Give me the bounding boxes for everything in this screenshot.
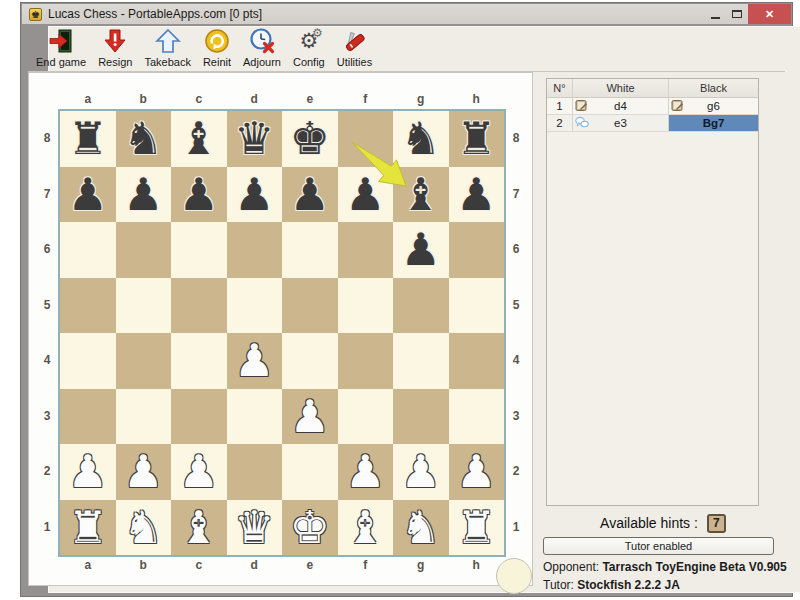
square-b2[interactable]: ♟ — [116, 444, 172, 500]
square-h1[interactable]: ♜ — [449, 500, 505, 556]
piece-black-pawn[interactable]: ♟ — [227, 167, 283, 223]
piece-white-pawn[interactable]: ♟ — [282, 389, 338, 445]
rank-label-6: 6 — [507, 222, 525, 278]
square-g1[interactable]: ♞ — [393, 500, 449, 556]
opponent-status: Opponent: Tarrasch ToyEngine Beta V0.905 — [543, 560, 787, 574]
square-c1[interactable]: ♝ — [171, 500, 227, 556]
utilities-icon — [341, 28, 367, 54]
square-a5[interactable] — [60, 278, 116, 334]
config-button[interactable]: ⚙⚙ Config — [287, 27, 331, 69]
toolbar: End game Resign Takeback — [30, 27, 378, 71]
square-h3[interactable] — [449, 389, 505, 445]
piece-black-king[interactable]: ♚ — [282, 111, 338, 167]
piece-black-queen[interactable]: ♛ — [227, 111, 283, 167]
square-b5[interactable] — [116, 278, 172, 334]
piece-white-bishop[interactable]: ♝ — [171, 500, 227, 556]
square-h4[interactable] — [449, 333, 505, 389]
piece-white-rook[interactable]: ♜ — [449, 500, 505, 556]
file-label-c: c — [171, 558, 227, 574]
square-e4[interactable] — [282, 333, 338, 389]
square-f3[interactable] — [338, 389, 394, 445]
piece-white-knight[interactable]: ♞ — [393, 500, 449, 556]
square-a8[interactable]: ♜ — [60, 111, 116, 167]
rank-label-7: 7 — [38, 167, 56, 223]
square-f4[interactable] — [338, 333, 394, 389]
header-black: Black — [669, 79, 758, 97]
end-game-icon — [48, 28, 74, 54]
file-label-a: a — [60, 92, 116, 108]
utilities-button[interactable]: Utilities — [331, 27, 378, 69]
window-title: Lucas Chess - PortableApps.com [0 pts] — [48, 7, 262, 21]
minimize-icon — [711, 17, 720, 19]
square-d5[interactable] — [227, 278, 283, 334]
square-g5[interactable] — [393, 278, 449, 334]
move-cell-black-Bg7-selected[interactable]: Bg7 — [669, 115, 758, 131]
book-move-icon — [575, 99, 588, 116]
lucas-chess-window: ♚ Lucas Chess - PortableApps.com [0 pts]… — [0, 0, 800, 600]
square-c2[interactable]: ♟ — [171, 444, 227, 500]
square-d4[interactable]: ♟ — [227, 333, 283, 389]
square-g6[interactable]: ♟ — [393, 222, 449, 278]
move-row-2[interactable]: 2 e3 Bg7 — [547, 115, 758, 132]
piece-black-knight[interactable]: ♞ — [116, 111, 172, 167]
tutor-label: Tutor: — [543, 578, 574, 592]
rank-label-5: 5 — [38, 278, 56, 334]
resign-button[interactable]: Resign — [92, 27, 138, 69]
square-g7[interactable]: ♝ — [393, 167, 449, 223]
square-a7[interactable]: ♟ — [60, 167, 116, 223]
hints-row: Available hints : 7 — [540, 511, 786, 535]
rank-label-3: 3 — [38, 389, 56, 445]
piece-black-bishop[interactable]: ♝ — [393, 167, 449, 223]
opponent-label: Opponent: — [543, 560, 599, 574]
file-label-c: c — [171, 92, 227, 108]
piece-black-pawn[interactable]: ♟ — [116, 167, 172, 223]
rank-label-8: 8 — [507, 111, 525, 167]
square-a2[interactable]: ♟ — [60, 444, 116, 500]
file-label-g: g — [393, 558, 449, 574]
rank-label-8: 8 — [38, 111, 56, 167]
resign-icon — [102, 28, 128, 54]
adjourn-icon — [249, 28, 275, 54]
file-label-d: d — [227, 92, 283, 108]
square-f1[interactable]: ♝ — [338, 500, 394, 556]
square-d8[interactable]: ♛ — [227, 111, 283, 167]
piece-black-rook[interactable]: ♜ — [60, 111, 116, 167]
move-cell-white-d4[interactable]: d4 — [573, 98, 669, 114]
reinit-label: Reinit — [203, 56, 231, 68]
file-label-a: a — [60, 558, 116, 574]
header-move-number: N° — [547, 79, 573, 97]
takeback-button[interactable]: Takeback — [138, 27, 196, 69]
file-label-e: e — [282, 92, 338, 108]
move-cell-white-e3[interactable]: e3 — [573, 115, 669, 131]
maximize-button[interactable] — [726, 4, 748, 24]
piece-white-bishop[interactable]: ♝ — [338, 500, 394, 556]
rank-label-2: 2 — [507, 444, 525, 500]
piece-white-pawn[interactable]: ♟ — [449, 444, 505, 500]
square-e6[interactable] — [282, 222, 338, 278]
square-e8[interactable]: ♚ — [282, 111, 338, 167]
square-d1[interactable]: ♛ — [227, 500, 283, 556]
adjourn-button[interactable]: Adjourn — [237, 27, 287, 69]
square-f5[interactable] — [338, 278, 394, 334]
square-g2[interactable]: ♟ — [393, 444, 449, 500]
square-b8[interactable]: ♞ — [116, 111, 172, 167]
lucas-chess-icon: ♚ — [29, 8, 42, 21]
resign-label: Resign — [98, 56, 132, 68]
rank-label-4: 4 — [507, 333, 525, 389]
square-d6[interactable] — [227, 222, 283, 278]
move-row-1[interactable]: 1 d4 — [547, 98, 758, 115]
square-d2[interactable] — [227, 444, 283, 500]
square-b6[interactable] — [116, 222, 172, 278]
piece-black-pawn[interactable]: ♟ — [171, 167, 227, 223]
square-f6[interactable] — [338, 222, 394, 278]
hints-label: Available hints : — [600, 515, 698, 531]
square-a1[interactable]: ♜ — [60, 500, 116, 556]
square-b4[interactable] — [116, 333, 172, 389]
square-b1[interactable]: ♞ — [116, 500, 172, 556]
rank-label-1: 1 — [507, 500, 525, 556]
piece-black-pawn[interactable]: ♟ — [282, 167, 338, 223]
piece-black-pawn[interactable]: ♟ — [393, 222, 449, 278]
book-move-icon — [671, 99, 684, 116]
hints-count-badge: 7 — [707, 514, 726, 533]
square-c7[interactable]: ♟ — [171, 167, 227, 223]
piece-white-queen[interactable]: ♛ — [227, 500, 283, 556]
takeback-icon — [155, 28, 181, 54]
rank-label-5: 5 — [507, 278, 525, 334]
tutor-status: Tutor: Stockfish 2.2.2 JA — [543, 578, 680, 592]
square-e2[interactable] — [282, 444, 338, 500]
square-g4[interactable] — [393, 333, 449, 389]
move-number: 2 — [547, 115, 573, 131]
end-game-label: End game — [36, 56, 86, 68]
piece-black-bishop[interactable]: ♝ — [171, 111, 227, 167]
comment-icon — [575, 116, 589, 133]
opponent-name: Tarrasch ToyEngine Beta V0.905 — [602, 560, 786, 574]
file-label-h: h — [449, 92, 505, 108]
square-e5[interactable] — [282, 278, 338, 334]
rank-label-6: 6 — [38, 222, 56, 278]
square-d7[interactable]: ♟ — [227, 167, 283, 223]
piece-white-king[interactable]: ♚ — [282, 500, 338, 556]
piece-black-pawn[interactable]: ♟ — [449, 167, 505, 223]
piece-white-pawn[interactable]: ♟ — [60, 444, 116, 500]
square-c4[interactable] — [171, 333, 227, 389]
rank-label-7: 7 — [507, 167, 525, 223]
square-c5[interactable] — [171, 278, 227, 334]
minimize-button[interactable] — [704, 4, 726, 24]
square-a4[interactable] — [60, 333, 116, 389]
move-list-header: N° White Black — [547, 79, 758, 98]
piece-black-pawn[interactable]: ♟ — [60, 167, 116, 223]
square-h5[interactable] — [449, 278, 505, 334]
piece-white-pawn[interactable]: ♟ — [227, 333, 283, 389]
file-label-f: f — [338, 558, 394, 574]
reinit-icon — [204, 28, 230, 54]
file-label-g: g — [393, 92, 449, 108]
square-a6[interactable] — [60, 222, 116, 278]
piece-white-knight[interactable]: ♞ — [116, 500, 172, 556]
config-icon: ⚙⚙ — [296, 28, 322, 54]
rank-label-2: 2 — [38, 444, 56, 500]
file-label-b: b — [116, 558, 172, 574]
piece-black-pawn[interactable]: ♟ — [338, 167, 394, 223]
utilities-label: Utilities — [337, 56, 372, 68]
turn-indicator-white — [496, 558, 532, 594]
tutor-enabled-button[interactable]: Tutor enabled — [543, 537, 774, 555]
square-h2[interactable]: ♟ — [449, 444, 505, 500]
close-button[interactable]: ✕ — [748, 4, 791, 24]
maximize-icon — [732, 10, 742, 18]
square-h7[interactable]: ♟ — [449, 167, 505, 223]
rank-label-3: 3 — [507, 389, 525, 445]
square-e3[interactable]: ♟ — [282, 389, 338, 445]
chess-board[interactable]: ♜♞♝♛♚♞♜♟♟♟♟♟♟♝♟♟♟♟♟♟♟♟♟♟♜♞♝♛♚♝♞♜ — [60, 111, 504, 555]
square-f2[interactable]: ♟ — [338, 444, 394, 500]
square-c3[interactable] — [171, 389, 227, 445]
rank-label-1: 1 — [38, 500, 56, 556]
square-c8[interactable]: ♝ — [171, 111, 227, 167]
square-a3[interactable] — [60, 389, 116, 445]
piece-white-pawn[interactable]: ♟ — [393, 444, 449, 500]
rank-label-4: 4 — [38, 333, 56, 389]
piece-white-pawn[interactable]: ♟ — [338, 444, 394, 500]
square-h6[interactable] — [449, 222, 505, 278]
config-label: Config — [293, 56, 325, 68]
takeback-label: Takeback — [144, 56, 190, 68]
move-cell-black-g6[interactable]: g6 — [669, 98, 758, 114]
piece-white-rook[interactable]: ♜ — [60, 500, 116, 556]
adjourn-label: Adjourn — [243, 56, 281, 68]
file-label-e: e — [282, 558, 338, 574]
piece-white-pawn[interactable]: ♟ — [116, 444, 172, 500]
square-f8[interactable] — [338, 111, 394, 167]
square-b7[interactable]: ♟ — [116, 167, 172, 223]
square-c6[interactable] — [171, 222, 227, 278]
file-label-b: b — [116, 92, 172, 108]
square-e7[interactable]: ♟ — [282, 167, 338, 223]
square-h8[interactable]: ♜ — [449, 111, 505, 167]
title-bar[interactable]: ♚ Lucas Chess - PortableApps.com [0 pts]… — [22, 4, 791, 24]
square-g8[interactable]: ♞ — [393, 111, 449, 167]
square-f7[interactable]: ♟ — [338, 167, 394, 223]
end-game-button[interactable]: End game — [30, 27, 92, 69]
file-label-f: f — [338, 92, 394, 108]
piece-white-pawn[interactable]: ♟ — [171, 444, 227, 500]
square-e1[interactable]: ♚ — [282, 500, 338, 556]
square-g3[interactable] — [393, 389, 449, 445]
board-border: ♜♞♝♛♚♞♜♟♟♟♟♟♟♝♟♟♟♟♟♟♟♟♟♟♜♞♝♛♚♝♞♜ — [58, 109, 506, 557]
tutor-name: Stockfish 2.2.2 JA — [577, 578, 680, 592]
move-list-table[interactable]: N° White Black 1 d4 — [546, 78, 759, 506]
square-b3[interactable] — [116, 389, 172, 445]
square-d3[interactable] — [227, 389, 283, 445]
move-number: 1 — [547, 98, 573, 114]
reinit-button[interactable]: Reinit — [197, 27, 237, 69]
piece-black-rook[interactable]: ♜ — [449, 111, 505, 167]
piece-black-knight[interactable]: ♞ — [393, 111, 449, 167]
file-label-d: d — [227, 558, 283, 574]
close-icon: ✕ — [765, 8, 774, 21]
header-white: White — [573, 79, 669, 97]
